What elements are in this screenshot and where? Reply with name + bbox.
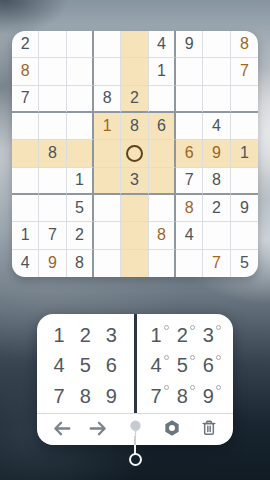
number-pad-7[interactable]: 7 [46, 381, 72, 411]
cell-r5c8[interactable]: 9 [203, 140, 230, 167]
pull-handle-ring[interactable] [129, 453, 142, 466]
sudoku-app-screen: 249881778218648691137858291728449875 123… [0, 0, 270, 480]
cell-r2c2[interactable] [39, 58, 66, 85]
cell-r7c6[interactable] [149, 195, 176, 222]
pencil-mark-circle-icon [216, 325, 221, 330]
cell-r3c4[interactable]: 8 [94, 86, 121, 113]
cell-digit: 2 [21, 36, 30, 52]
cell-r3c6[interactable] [149, 86, 176, 113]
cell-r6c7[interactable]: 7 [176, 168, 203, 195]
number-pad-5[interactable]: 5 [72, 350, 98, 380]
cell-digit: 2 [212, 200, 221, 216]
cell-r4c5[interactable]: 8 [121, 113, 148, 140]
pad-digit: 6 [203, 355, 214, 375]
cell-r8c2[interactable]: 7 [39, 222, 66, 249]
number-pad-4[interactable]: 4 [46, 350, 72, 380]
cell-r7c4[interactable] [94, 195, 121, 222]
cell-r5c2[interactable]: 8 [39, 140, 66, 167]
cell-digit: 7 [21, 90, 30, 106]
right-arrow-icon [88, 418, 109, 442]
cell-digit: 2 [75, 227, 84, 243]
pad-digit: 4 [54, 355, 65, 375]
notes-pad-6[interactable]: 6 [198, 350, 224, 380]
cell-digit: 4 [212, 118, 221, 134]
pad-digit: 7 [151, 386, 162, 406]
pad-digit: 5 [177, 355, 188, 375]
pencil-mark-circle-icon [190, 385, 195, 390]
number-pad-8[interactable]: 8 [72, 381, 98, 411]
redo-button[interactable] [86, 418, 110, 442]
cell-r3c8[interactable] [203, 86, 230, 113]
cell-r4c4[interactable]: 1 [94, 113, 121, 140]
cell-r7c7[interactable]: 8 [176, 195, 203, 222]
cell-r6c2[interactable] [39, 168, 66, 195]
cell-digit: 7 [212, 255, 221, 271]
cell-digit: 1 [103, 118, 112, 134]
cell-r1c1[interactable]: 2 [12, 31, 39, 58]
cell-r2c8[interactable] [203, 58, 230, 85]
cell-digit: 8 [240, 36, 249, 52]
pencil-mark-circle-icon [164, 355, 169, 360]
cell-r3c3[interactable] [67, 86, 94, 113]
cell-r2c9[interactable]: 7 [231, 58, 258, 85]
pads-row: 123456789 123456789 [37, 314, 233, 413]
notes-pad-2[interactable]: 2 [172, 320, 198, 350]
cell-digit: 1 [21, 227, 30, 243]
notes-pad-3[interactable]: 3 [198, 320, 224, 350]
cell-digit: 4 [157, 36, 166, 52]
cell-digit: 4 [21, 255, 30, 271]
cell-r7c1[interactable] [12, 195, 39, 222]
pad-digit: 1 [54, 325, 65, 345]
cell-digit: 6 [157, 118, 166, 134]
cell-r9c4[interactable] [94, 250, 121, 277]
trash-icon [199, 418, 219, 441]
pad-digit: 6 [106, 355, 117, 375]
pencil-mark-circle-icon [164, 325, 169, 330]
cell-digit: 6 [185, 145, 194, 161]
pad-digit: 8 [177, 386, 188, 406]
gear-icon [162, 418, 182, 441]
notes-pad-8[interactable]: 8 [172, 381, 198, 411]
settings-button[interactable] [160, 418, 184, 442]
cell-r1c9[interactable]: 8 [231, 31, 258, 58]
cell-r2c4[interactable] [94, 58, 121, 85]
cell-r9c6[interactable] [149, 250, 176, 277]
cell-r5c1[interactable] [12, 140, 39, 167]
cell-r4c2[interactable] [39, 113, 66, 140]
cell-digit: 5 [75, 200, 84, 216]
notes-pad-7[interactable]: 7 [146, 381, 172, 411]
cell-r8c4[interactable] [94, 222, 121, 249]
cell-r3c5[interactable]: 2 [121, 86, 148, 113]
cell-r9c8[interactable]: 7 [203, 250, 230, 277]
cell-digit: 8 [48, 145, 57, 161]
pad-digit: 8 [80, 386, 91, 406]
pencil-mark-circle-icon [190, 355, 195, 360]
selection-ring [126, 145, 143, 162]
cell-r1c6[interactable]: 4 [149, 31, 176, 58]
cell-digit: 1 [75, 172, 84, 188]
number-pad-2[interactable]: 2 [72, 320, 98, 350]
cell-r7c8[interactable]: 2 [203, 195, 230, 222]
cell-r4c3[interactable] [67, 113, 94, 140]
cell-digit: 8 [157, 227, 166, 243]
pencil-mark-circle-icon [190, 325, 195, 330]
pad-digit: 2 [177, 325, 188, 345]
cell-r5c5[interactable] [121, 140, 148, 167]
cell-r8c8[interactable] [203, 222, 230, 249]
cell-r6c4[interactable] [94, 168, 121, 195]
cell-r8c5[interactable] [121, 222, 148, 249]
cell-r2c7[interactable] [176, 58, 203, 85]
cell-r5c3[interactable] [67, 140, 94, 167]
cell-r7c9[interactable]: 9 [231, 195, 258, 222]
cell-digit: 8 [212, 172, 221, 188]
cell-digit: 8 [185, 200, 194, 216]
cell-r4c1[interactable] [12, 113, 39, 140]
balloon-string [134, 436, 135, 445]
cell-r9c7[interactable] [176, 250, 203, 277]
pad-digit: 7 [54, 386, 65, 406]
cell-r1c4[interactable] [94, 31, 121, 58]
number-pad-1[interactable]: 1 [46, 320, 72, 350]
cell-digit: 7 [240, 63, 249, 79]
cell-r6c8[interactable]: 8 [203, 168, 230, 195]
cell-r7c3[interactable]: 5 [67, 195, 94, 222]
cell-r7c5[interactable] [121, 195, 148, 222]
cell-digit: 9 [185, 36, 194, 52]
cell-r5c4[interactable] [94, 140, 121, 167]
cell-r6c6[interactable] [149, 168, 176, 195]
cell-r5c9[interactable]: 1 [231, 140, 258, 167]
sudoku-board: 249881778218648691137858291728449875 [12, 31, 258, 277]
cell-digit: 9 [240, 200, 249, 216]
cell-r1c8[interactable] [203, 31, 230, 58]
cell-digit: 8 [130, 118, 139, 134]
cell-r2c3[interactable] [67, 58, 94, 85]
pad-digit: 3 [106, 325, 117, 345]
notes-pad-1[interactable]: 1 [146, 320, 172, 350]
cell-r1c3[interactable] [67, 31, 94, 58]
cell-r4c6[interactable]: 6 [149, 113, 176, 140]
cell-r9c5[interactable] [121, 250, 148, 277]
cell-digit: 7 [185, 172, 194, 188]
pencil-mark-circle-icon [216, 385, 221, 390]
pencil-mark-circle-icon [216, 355, 221, 360]
cell-r8c9[interactable] [231, 222, 258, 249]
cell-r4c9[interactable] [231, 113, 258, 140]
cell-r8c6[interactable]: 8 [149, 222, 176, 249]
cell-r5c6[interactable] [149, 140, 176, 167]
delete-button[interactable] [197, 418, 221, 442]
pad-digit: 5 [80, 355, 91, 375]
cell-digit: 1 [240, 145, 249, 161]
number-pad-9[interactable]: 9 [98, 381, 124, 411]
cell-digit: 7 [48, 227, 57, 243]
cell-r7c2[interactable] [39, 195, 66, 222]
pad-digit: 9 [203, 386, 214, 406]
cell-r6c5[interactable]: 3 [121, 168, 148, 195]
cell-r3c7[interactable] [176, 86, 203, 113]
cell-digit: 3 [130, 172, 139, 188]
notes-pad-9[interactable]: 9 [198, 381, 224, 411]
cell-digit: 2 [130, 90, 139, 106]
notes-pad-5[interactable]: 5 [172, 350, 198, 380]
cell-r9c2[interactable]: 9 [39, 250, 66, 277]
number-pad-3[interactable]: 3 [98, 320, 124, 350]
cell-digit: 8 [103, 90, 112, 106]
cell-digit: 9 [48, 255, 57, 271]
cell-digit: 9 [212, 145, 221, 161]
cell-digit: 1 [157, 63, 166, 79]
cell-r6c3[interactable]: 1 [67, 168, 94, 195]
cell-r2c5[interactable] [121, 58, 148, 85]
cell-digit: 8 [75, 255, 84, 271]
cell-r1c5[interactable] [121, 31, 148, 58]
cell-digit: 8 [21, 63, 30, 79]
number-pad-6[interactable]: 6 [98, 350, 124, 380]
cell-r1c7[interactable]: 9 [176, 31, 203, 58]
cell-r9c9[interactable]: 5 [231, 250, 258, 277]
cell-r8c1[interactable]: 1 [12, 222, 39, 249]
number-pad: 123456789 [37, 314, 134, 413]
cell-digit: 4 [185, 227, 194, 243]
cell-r8c7[interactable]: 4 [176, 222, 203, 249]
cell-r4c7[interactable] [176, 113, 203, 140]
pad-digit: 4 [151, 355, 162, 375]
cell-r2c1[interactable]: 8 [12, 58, 39, 85]
pad-digit: 3 [203, 325, 214, 345]
cell-digit: 5 [240, 255, 249, 271]
cell-r2c6[interactable]: 1 [149, 58, 176, 85]
cell-r4c8[interactable]: 4 [203, 113, 230, 140]
cell-r6c9[interactable] [231, 168, 258, 195]
cell-r3c1[interactable]: 7 [12, 86, 39, 113]
pad-digit: 2 [80, 325, 91, 345]
cell-r6c1[interactable] [12, 168, 39, 195]
undo-button[interactable] [49, 418, 73, 442]
input-panel: 123456789 123456789 [37, 314, 233, 445]
pencil-mark-circle-icon [164, 385, 169, 390]
cell-r9c1[interactable]: 4 [12, 250, 39, 277]
pad-digit: 9 [106, 386, 117, 406]
pad-digit: 1 [151, 325, 162, 345]
cell-r3c2[interactable] [39, 86, 66, 113]
cell-r3c9[interactable] [231, 86, 258, 113]
notes-pad-4[interactable]: 4 [146, 350, 172, 380]
cell-r5c7[interactable]: 6 [176, 140, 203, 167]
notes-pad: 123456789 [137, 314, 234, 413]
cell-r8c3[interactable]: 2 [67, 222, 94, 249]
cell-r9c3[interactable]: 8 [67, 250, 94, 277]
left-arrow-icon [51, 418, 72, 442]
cell-r1c2[interactable] [39, 31, 66, 58]
